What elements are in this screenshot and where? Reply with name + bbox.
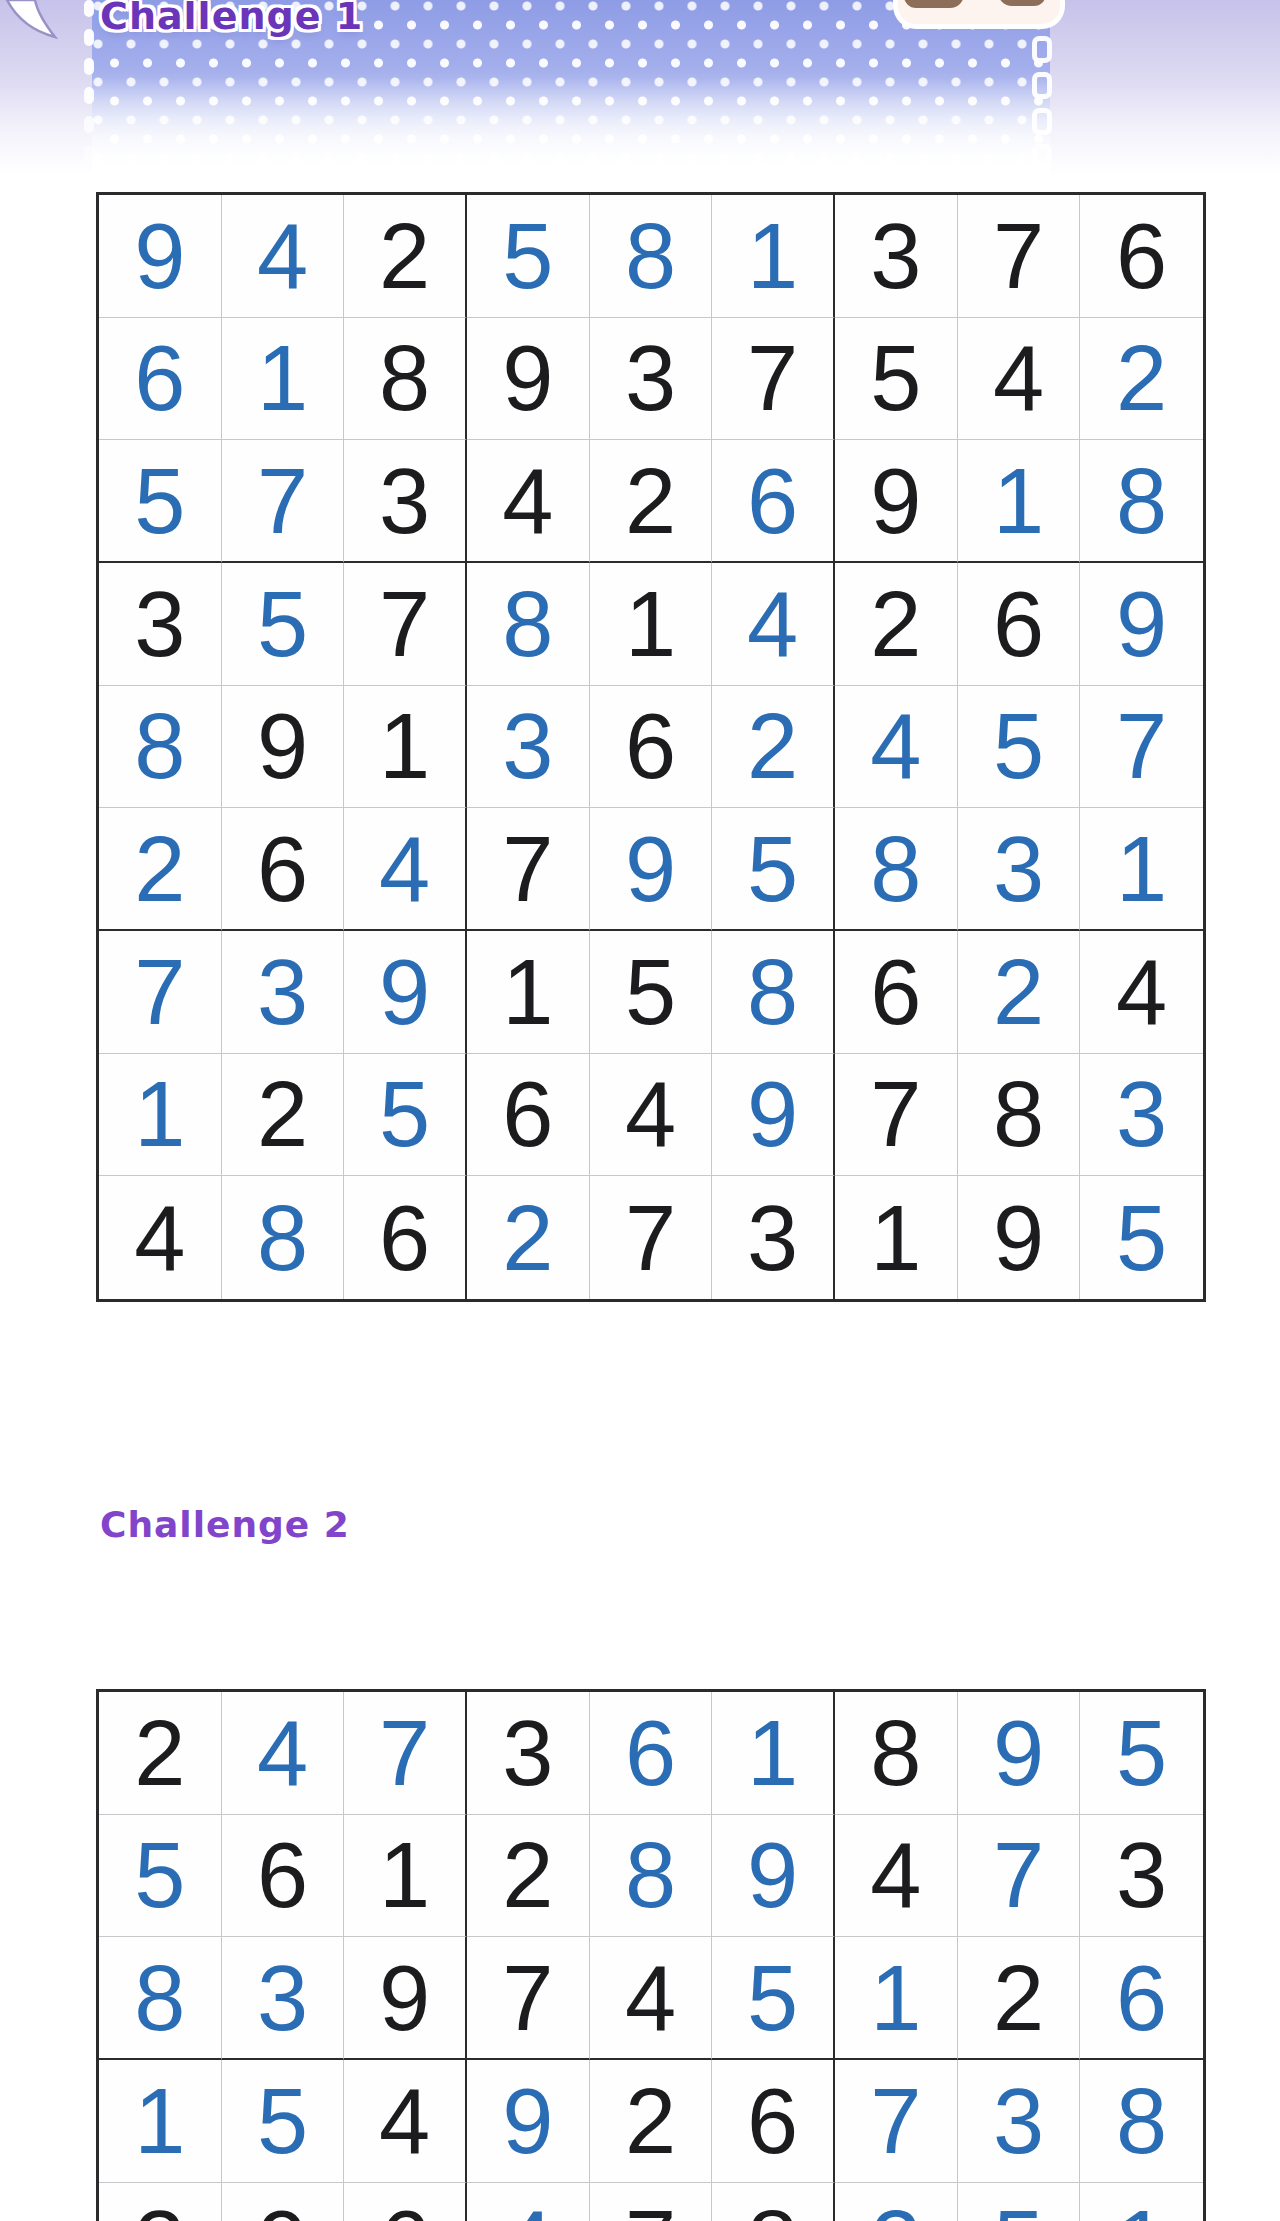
grid1-cell-r7c1[interactable]: 7 [99, 931, 222, 1054]
grid2-cell-r1c3[interactable]: 7 [344, 1692, 467, 1815]
grid1-cell-r8c3[interactable]: 5 [344, 1054, 467, 1177]
grid2-cell-r4c1[interactable]: 1 [99, 2060, 222, 2183]
grid2-cell-r4c2[interactable]: 5 [222, 2060, 345, 2183]
grid1-cell-r5c5[interactable]: 6 [590, 686, 713, 809]
grid1-cell-r6c4[interactable]: 7 [467, 808, 590, 931]
grid1-cell-r7c6[interactable]: 8 [712, 931, 835, 1054]
grid1-cell-r7c2[interactable]: 3 [222, 931, 345, 1054]
sudoku-grid-2: 2473618955612894738397451261549267383964… [96, 1689, 1206, 2221]
grid1-cell-r4c2[interactable]: 5 [222, 563, 345, 686]
grid1-cell-r8c7[interactable]: 7 [835, 1054, 958, 1177]
grid2-cell-r4c6[interactable]: 6 [712, 2060, 835, 2183]
grid2-cell-r1c9[interactable]: 5 [1080, 1692, 1203, 1815]
grid1-cell-r3c4[interactable]: 4 [467, 440, 590, 563]
sudoku-challenges-page: { "game": "sudoku", "header": { "title":… [0, 0, 1280, 2221]
chain-border-right-icon [1032, 0, 1052, 180]
grid1-cell-r6c6[interactable]: 5 [712, 808, 835, 931]
grid1-cell-r4c8[interactable]: 6 [958, 563, 1081, 686]
grid2-cell-r3c1[interactable]: 8 [99, 1937, 222, 2060]
grid1-cell-r4c1[interactable]: 3 [99, 563, 222, 686]
grid2-cell-r5c5[interactable]: 7 [590, 2183, 713, 2221]
grid1-cell-r5c4[interactable]: 3 [467, 686, 590, 809]
grid1-cell-r2c1[interactable]: 6 [99, 318, 222, 441]
grid1-cell-r2c9[interactable]: 2 [1080, 318, 1203, 441]
grid1-cell-r2c7[interactable]: 5 [835, 318, 958, 441]
grid1-cell-r1c4[interactable]: 5 [467, 195, 590, 318]
grid1-cell-r9c8[interactable]: 9 [958, 1176, 1081, 1299]
grid1-cell-r8c8[interactable]: 8 [958, 1054, 1081, 1177]
grid1-cell-r1c6[interactable]: 1 [712, 195, 835, 318]
grid1-cell-r1c9[interactable]: 6 [1080, 195, 1203, 318]
grid1-cell-r3c1[interactable]: 5 [99, 440, 222, 563]
grid1-cell-r2c2[interactable]: 1 [222, 318, 345, 441]
grid2-cell-r2c8[interactable]: 7 [958, 1815, 1081, 1938]
grid1-cell-r6c1[interactable]: 2 [99, 808, 222, 931]
grid1-cell-r8c5[interactable]: 4 [590, 1054, 713, 1177]
grid1-cell-r1c1[interactable]: 9 [99, 195, 222, 318]
grid2-cell-r4c5[interactable]: 2 [590, 2060, 713, 2183]
grid1-cell-r4c5[interactable]: 1 [590, 563, 713, 686]
grid1-cell-r7c9[interactable]: 4 [1080, 931, 1203, 1054]
grid2-cell-r5c7[interactable]: 2 [835, 2183, 958, 2221]
grid1-cell-r5c7[interactable]: 4 [835, 686, 958, 809]
grid1-cell-r6c7[interactable]: 8 [835, 808, 958, 931]
grid2-cell-r5c4[interactable]: 4 [467, 2183, 590, 2221]
grid1-cell-r6c2[interactable]: 6 [222, 808, 345, 931]
grid1-cell-r9c1[interactable]: 4 [99, 1176, 222, 1299]
grid2-cell-r2c5[interactable]: 8 [590, 1815, 713, 1938]
grid1-cell-r2c3[interactable]: 8 [344, 318, 467, 441]
grid2-cell-r1c4[interactable]: 3 [467, 1692, 590, 1815]
grid2-cell-r3c7[interactable]: 1 [835, 1937, 958, 2060]
grid1-cell-r2c4[interactable]: 9 [467, 318, 590, 441]
grid1-cell-r2c5[interactable]: 3 [590, 318, 713, 441]
grid1-cell-r9c7[interactable]: 1 [835, 1176, 958, 1299]
grid1-cell-r6c9[interactable]: 1 [1080, 808, 1203, 931]
grid1-cell-r1c7[interactable]: 3 [835, 195, 958, 318]
grid2-cell-r3c4[interactable]: 7 [467, 1937, 590, 2060]
challenge-1-title: Challenge 1 [100, 0, 363, 38]
grid2-cell-r5c9[interactable]: 1 [1080, 2183, 1203, 2221]
grid1-cell-r9c9[interactable]: 5 [1080, 1176, 1203, 1299]
grid1-cell-r5c3[interactable]: 1 [344, 686, 467, 809]
grid1-cell-r3c8[interactable]: 1 [958, 440, 1081, 563]
plush-mascot-icon [898, 0, 1060, 24]
grid2-cell-r4c9[interactable]: 8 [1080, 2060, 1203, 2183]
grid1-cell-r1c5[interactable]: 8 [590, 195, 713, 318]
grid1-cell-r1c3[interactable]: 2 [344, 195, 467, 318]
grid1-cell-r6c8[interactable]: 3 [958, 808, 1081, 931]
grid2-cell-r1c6[interactable]: 1 [712, 1692, 835, 1815]
grid2-cell-r3c3[interactable]: 9 [344, 1937, 467, 2060]
grid1-cell-r9c5[interactable]: 7 [590, 1176, 713, 1299]
challenge-2-title: Challenge 2 [100, 1504, 350, 1545]
sudoku-grid-1: 9425813766189375425734269183578142698913… [96, 192, 1206, 1302]
grid2-cell-r3c6[interactable]: 5 [712, 1937, 835, 2060]
grid1-cell-r6c3[interactable]: 4 [344, 808, 467, 931]
grid1-cell-r5c6[interactable]: 2 [712, 686, 835, 809]
grid1-cell-r7c8[interactable]: 2 [958, 931, 1081, 1054]
grid2-cell-r3c9[interactable]: 6 [1080, 1937, 1203, 2060]
header-right-strip [1050, 0, 1280, 175]
grid2-cell-r4c4[interactable]: 9 [467, 2060, 590, 2183]
grid1-cell-r5c2[interactable]: 9 [222, 686, 345, 809]
grid1-cell-r9c2[interactable]: 8 [222, 1176, 345, 1299]
grid1-cell-r9c6[interactable]: 3 [712, 1176, 835, 1299]
grid2-cell-r4c7[interactable]: 7 [835, 2060, 958, 2183]
grid2-cell-r2c7[interactable]: 4 [835, 1815, 958, 1938]
grid2-cell-r5c8[interactable]: 5 [958, 2183, 1081, 2221]
grid1-cell-r4c7[interactable]: 2 [835, 563, 958, 686]
grid1-cell-r1c8[interactable]: 7 [958, 195, 1081, 318]
grid2-cell-r2c2[interactable]: 6 [222, 1815, 345, 1938]
grid1-cell-r5c9[interactable]: 7 [1080, 686, 1203, 809]
petal-swoosh-icon [4, 0, 60, 42]
grid2-cell-r1c2[interactable]: 4 [222, 1692, 345, 1815]
grid1-cell-r8c6[interactable]: 9 [712, 1054, 835, 1177]
grid1-cell-r8c4[interactable]: 6 [467, 1054, 590, 1177]
grid1-cell-r6c5[interactable]: 9 [590, 808, 713, 931]
grid1-cell-r3c9[interactable]: 8 [1080, 440, 1203, 563]
grid1-cell-r7c5[interactable]: 5 [590, 931, 713, 1054]
grid2-cell-r1c7[interactable]: 8 [835, 1692, 958, 1815]
grid2-cell-r2c1[interactable]: 5 [99, 1815, 222, 1938]
grid1-cell-r4c4[interactable]: 8 [467, 563, 590, 686]
grid1-cell-r1c2[interactable]: 4 [222, 195, 345, 318]
grid1-cell-r3c5[interactable]: 2 [590, 440, 713, 563]
grid2-cell-r3c2[interactable]: 3 [222, 1937, 345, 2060]
grid2-cell-r3c8[interactable]: 2 [958, 1937, 1081, 2060]
grid2-cell-r4c8[interactable]: 3 [958, 2060, 1081, 2183]
grid1-cell-r9c4[interactable]: 2 [467, 1176, 590, 1299]
grid1-cell-r2c6[interactable]: 7 [712, 318, 835, 441]
grid1-cell-r9c3[interactable]: 6 [344, 1176, 467, 1299]
grid1-cell-r5c8[interactable]: 5 [958, 686, 1081, 809]
grid1-cell-r3c7[interactable]: 9 [835, 440, 958, 563]
grid1-cell-r3c3[interactable]: 3 [344, 440, 467, 563]
chain-border-left-icon [84, 0, 94, 174]
grid2-cell-r2c6[interactable]: 9 [712, 1815, 835, 1938]
decorative-header: Challenge 1 [0, 0, 1280, 175]
grid1-cell-r2c8[interactable]: 4 [958, 318, 1081, 441]
grid2-cell-r2c3[interactable]: 1 [344, 1815, 467, 1938]
grid2-cell-r5c2[interactable]: 9 [222, 2183, 345, 2221]
grid2-cell-r1c5[interactable]: 6 [590, 1692, 713, 1815]
grid1-cell-r7c4[interactable]: 1 [467, 931, 590, 1054]
grid2-cell-r3c5[interactable]: 4 [590, 1937, 713, 2060]
grid1-cell-r7c3[interactable]: 9 [344, 931, 467, 1054]
grid1-cell-r4c9[interactable]: 9 [1080, 563, 1203, 686]
grid1-cell-r8c1[interactable]: 1 [99, 1054, 222, 1177]
grid1-cell-r3c6[interactable]: 6 [712, 440, 835, 563]
grid1-cell-r5c1[interactable]: 8 [99, 686, 222, 809]
grid1-cell-r8c9[interactable]: 3 [1080, 1054, 1203, 1177]
grid1-cell-r4c6[interactable]: 4 [712, 563, 835, 686]
grid2-cell-r5c3[interactable]: 6 [344, 2183, 467, 2221]
grid1-cell-r4c3[interactable]: 7 [344, 563, 467, 686]
grid2-cell-r1c8[interactable]: 9 [958, 1692, 1081, 1815]
grid2-cell-r1c1[interactable]: 2 [99, 1692, 222, 1815]
grid1-cell-r7c7[interactable]: 6 [835, 931, 958, 1054]
grid2-cell-r2c4[interactable]: 2 [467, 1815, 590, 1938]
grid1-cell-r8c2[interactable]: 2 [222, 1054, 345, 1177]
grid2-cell-r5c6[interactable]: 8 [712, 2183, 835, 2221]
grid1-cell-r3c2[interactable]: 7 [222, 440, 345, 563]
grid2-cell-r2c9[interactable]: 3 [1080, 1815, 1203, 1938]
grid2-cell-r4c3[interactable]: 4 [344, 2060, 467, 2183]
grid2-cell-r5c1[interactable]: 3 [99, 2183, 222, 2221]
